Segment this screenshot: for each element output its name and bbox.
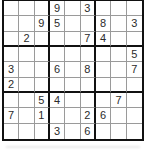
cell-r1c1[interactable] xyxy=(4,1,19,16)
cell-r2c2[interactable] xyxy=(19,16,34,31)
cell-r9c9[interactable] xyxy=(127,124,142,139)
cell-r5c7[interactable] xyxy=(96,62,111,77)
cell-r2c8[interactable] xyxy=(111,16,126,31)
cell-r4c5[interactable] xyxy=(65,47,80,62)
cell-r2c9[interactable]: 3 xyxy=(127,16,142,31)
cell-r8c4[interactable] xyxy=(50,108,65,123)
cell-r9c1[interactable] xyxy=(4,124,19,139)
cell-r2c6[interactable] xyxy=(81,16,96,31)
cell-r3c3[interactable] xyxy=(35,32,50,47)
cell-r8c1[interactable]: 7 xyxy=(4,108,19,123)
cell-r7c9[interactable] xyxy=(127,93,142,108)
cell-r2c3[interactable]: 9 xyxy=(35,16,50,31)
cell-r6c6[interactable] xyxy=(81,78,96,93)
cell-r9c5[interactable] xyxy=(65,124,80,139)
cell-r5c6[interactable]: 8 xyxy=(81,62,96,77)
cell-r1c3[interactable] xyxy=(35,1,50,16)
cell-r5c1[interactable]: 3 xyxy=(4,62,19,77)
cell-r8c2[interactable] xyxy=(19,108,34,123)
cell-r4c4[interactable] xyxy=(50,47,65,62)
cell-r1c7[interactable] xyxy=(96,1,111,16)
cell-r6c5[interactable] xyxy=(65,78,80,93)
cell-r9c3[interactable] xyxy=(35,124,50,139)
cell-r8c9[interactable] xyxy=(127,108,142,123)
board-shadow xyxy=(6,146,140,148)
cell-r6c2[interactable] xyxy=(19,78,34,93)
cell-r8c6[interactable]: 2 xyxy=(81,108,96,123)
cell-r4c7[interactable] xyxy=(96,47,111,62)
cell-r1c6[interactable]: 3 xyxy=(81,1,96,16)
cell-r4c8[interactable] xyxy=(111,47,126,62)
cell-r4c6[interactable] xyxy=(81,47,96,62)
cell-r3c9[interactable] xyxy=(127,32,142,47)
cell-r3c2[interactable]: 2 xyxy=(19,32,34,47)
cell-r4c3[interactable] xyxy=(35,47,50,62)
cell-r2c4[interactable]: 5 xyxy=(50,16,65,31)
cell-r7c6[interactable] xyxy=(81,93,96,108)
cell-r7c2[interactable] xyxy=(19,93,34,108)
cell-r4c9[interactable]: 5 xyxy=(127,47,142,62)
cell-r7c7[interactable] xyxy=(96,93,111,108)
cell-r8c7[interactable]: 6 xyxy=(96,108,111,123)
cell-r6c1[interactable]: 2 xyxy=(4,78,19,93)
cell-r9c2[interactable] xyxy=(19,124,34,139)
cell-r6c7[interactable] xyxy=(96,78,111,93)
cell-r5c4[interactable]: 6 xyxy=(50,62,65,77)
cell-r3c7[interactable]: 4 xyxy=(96,32,111,47)
cell-r7c4[interactable]: 4 xyxy=(50,93,65,108)
cell-r4c2[interactable] xyxy=(19,47,34,62)
cell-r6c4[interactable] xyxy=(50,78,65,93)
cell-r1c9[interactable] xyxy=(127,1,142,16)
cell-r2c5[interactable] xyxy=(65,16,80,31)
cell-r6c3[interactable] xyxy=(35,78,50,93)
cell-r7c5[interactable] xyxy=(65,93,80,108)
cell-r9c6[interactable]: 6 xyxy=(81,124,96,139)
cell-r3c4[interactable] xyxy=(50,32,65,47)
cell-r4c1[interactable] xyxy=(4,47,19,62)
cell-r6c8[interactable] xyxy=(111,78,126,93)
cell-r5c3[interactable] xyxy=(35,62,50,77)
cell-r7c8[interactable]: 7 xyxy=(111,93,126,108)
cell-r6c9[interactable] xyxy=(127,78,142,93)
cell-r5c5[interactable] xyxy=(65,62,80,77)
cell-r9c7[interactable] xyxy=(96,124,111,139)
cell-r1c8[interactable] xyxy=(111,1,126,16)
cell-r1c2[interactable] xyxy=(19,1,34,16)
cell-r5c8[interactable] xyxy=(111,62,126,77)
cell-r8c3[interactable]: 1 xyxy=(35,108,50,123)
cell-r5c2[interactable] xyxy=(19,62,34,77)
cell-r9c8[interactable] xyxy=(111,124,126,139)
cell-r1c5[interactable] xyxy=(65,1,80,16)
cell-r8c5[interactable] xyxy=(65,108,80,123)
cell-r9c4[interactable]: 3 xyxy=(50,124,65,139)
cell-r3c5[interactable] xyxy=(65,32,80,47)
cell-r7c1[interactable] xyxy=(4,93,19,108)
cell-r5c9[interactable]: 7 xyxy=(127,62,142,77)
cell-r7c3[interactable]: 5 xyxy=(35,93,50,108)
cell-r2c1[interactable] xyxy=(4,16,19,31)
cell-r3c8[interactable] xyxy=(111,32,126,47)
sudoku-board: 939583274536872547712636 xyxy=(2,0,144,141)
cell-r3c6[interactable]: 7 xyxy=(81,32,96,47)
cell-r8c8[interactable] xyxy=(111,108,126,123)
cell-r2c7[interactable]: 8 xyxy=(96,16,111,31)
cell-r1c4[interactable]: 9 xyxy=(50,1,65,16)
cell-r3c1[interactable] xyxy=(4,32,19,47)
